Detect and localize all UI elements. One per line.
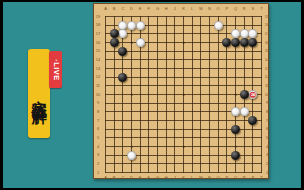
coord-number-right: 15 bbox=[265, 49, 269, 53]
coord-number-left: 3 bbox=[97, 153, 99, 157]
coord-number-right: 1 bbox=[266, 171, 268, 175]
coord-letter-bottom: P bbox=[225, 176, 228, 180]
coord-number-right: 6 bbox=[266, 127, 268, 131]
coord-letter-bottom: E bbox=[139, 176, 142, 180]
grid-line-vertical bbox=[218, 16, 219, 173]
grid-line-vertical bbox=[261, 16, 262, 173]
stone-white-R10[interactable]: 24 bbox=[248, 90, 257, 99]
last-move-badge: 24 bbox=[250, 91, 257, 98]
coord-letter-top: B bbox=[113, 7, 116, 11]
coord-number-left: 10 bbox=[96, 93, 100, 97]
coord-number-left: 13 bbox=[96, 67, 100, 71]
coord-number-left: 9 bbox=[97, 101, 99, 105]
coord-letter-top: A bbox=[104, 7, 107, 11]
coord-number-left: 4 bbox=[97, 145, 99, 149]
coord-letter-bottom: B bbox=[113, 176, 116, 180]
coord-number-left: 11 bbox=[96, 84, 100, 88]
coord-letter-top: S bbox=[251, 7, 254, 11]
coord-letter-top: C bbox=[121, 7, 124, 11]
teal-background: 实战讲解 ·LIVE AABBCCDDEEFFGGHHJJKKLLMMNNOOP… bbox=[3, 2, 301, 188]
coord-number-left: 12 bbox=[96, 75, 100, 79]
coord-letter-top: F bbox=[148, 7, 150, 11]
coord-letter-bottom: O bbox=[217, 176, 220, 180]
grid-line-horizontal bbox=[105, 103, 262, 104]
stone-white-D18[interactable] bbox=[127, 21, 136, 30]
stone-black-Q16[interactable] bbox=[240, 38, 249, 47]
stone-white-C18[interactable] bbox=[118, 21, 127, 30]
video-frame: 实战讲解 ·LIVE AABBCCDDEEFFGGHHJJKKLLMMNNOOP… bbox=[0, 0, 304, 190]
star-point bbox=[130, 41, 133, 44]
coord-number-right: 2 bbox=[266, 162, 268, 166]
stone-black-C15[interactable] bbox=[118, 47, 127, 56]
grid-line-horizontal bbox=[105, 163, 262, 164]
stone-black-P3[interactable] bbox=[231, 151, 240, 160]
coord-letter-bottom: T bbox=[260, 176, 262, 180]
coord-letter-top: L bbox=[191, 7, 193, 11]
coord-number-left: 15 bbox=[96, 49, 100, 53]
star-point bbox=[130, 93, 133, 96]
coord-letter-bottom: D bbox=[130, 176, 133, 180]
coord-letter-bottom: F bbox=[148, 176, 150, 180]
coord-letter-bottom: Q bbox=[234, 176, 237, 180]
coord-letter-top: T bbox=[260, 7, 262, 11]
coord-number-left: 17 bbox=[96, 32, 100, 36]
stone-white-C17[interactable] bbox=[118, 29, 127, 38]
coord-letter-top: Q bbox=[234, 7, 237, 11]
lecture-banner-text: 实战讲解 bbox=[28, 88, 50, 100]
star-point bbox=[234, 93, 237, 96]
star-point bbox=[182, 145, 185, 148]
coord-number-right: 4 bbox=[266, 145, 268, 149]
stone-white-P8[interactable] bbox=[231, 107, 240, 116]
coord-letter-bottom: S bbox=[251, 176, 254, 180]
coord-number-right: 16 bbox=[265, 41, 269, 45]
coord-letter-top: R bbox=[243, 7, 246, 11]
coord-letter-bottom: N bbox=[208, 176, 211, 180]
coord-letter-top: K bbox=[182, 7, 185, 11]
coord-number-left: 16 bbox=[96, 41, 100, 45]
live-badge-label: ·LIVE bbox=[51, 59, 60, 81]
grid-line-horizontal bbox=[105, 120, 262, 121]
star-point bbox=[182, 41, 185, 44]
stone-white-E18[interactable] bbox=[136, 21, 145, 30]
stone-black-Q10[interactable] bbox=[240, 90, 249, 99]
stone-white-R17[interactable] bbox=[248, 29, 257, 38]
last-move-number: 24 bbox=[251, 93, 255, 97]
star-point bbox=[234, 145, 237, 148]
coord-letter-bottom: M bbox=[199, 176, 202, 180]
coord-letter-bottom: L bbox=[191, 176, 193, 180]
star-point bbox=[130, 145, 133, 148]
stone-black-B17[interactable] bbox=[110, 29, 119, 38]
coord-number-right: 5 bbox=[266, 136, 268, 140]
coord-number-left: 18 bbox=[96, 23, 100, 27]
stone-black-B16[interactable] bbox=[110, 38, 119, 47]
coord-letter-bottom: A bbox=[104, 176, 107, 180]
stone-white-P17[interactable] bbox=[231, 29, 240, 38]
stone-black-R16[interactable] bbox=[248, 38, 257, 47]
coord-letter-top: M bbox=[199, 7, 202, 11]
coord-number-left: 7 bbox=[97, 119, 99, 123]
stone-white-N18[interactable] bbox=[214, 21, 223, 30]
coord-number-right: 8 bbox=[266, 110, 268, 114]
coord-number-right: 9 bbox=[266, 101, 268, 105]
grid-line-horizontal bbox=[105, 137, 262, 138]
coord-letter-top: H bbox=[165, 7, 168, 11]
coord-letter-bottom: H bbox=[165, 176, 168, 180]
coord-number-right: 3 bbox=[266, 153, 268, 157]
coord-number-right: 18 bbox=[265, 23, 269, 27]
coord-letter-bottom: R bbox=[243, 176, 246, 180]
coord-letter-top: E bbox=[139, 7, 142, 11]
stone-white-D3[interactable] bbox=[127, 151, 136, 160]
lecture-banner: 实战讲解 bbox=[28, 49, 50, 138]
coord-number-left: 5 bbox=[97, 136, 99, 140]
coord-letter-top: N bbox=[208, 7, 211, 11]
stone-white-E16[interactable] bbox=[136, 38, 145, 47]
stone-black-O16[interactable] bbox=[222, 38, 231, 47]
stone-white-Q8[interactable] bbox=[240, 107, 249, 116]
coord-number-left: 2 bbox=[97, 162, 99, 166]
coord-letter-top: J bbox=[174, 7, 176, 11]
coord-number-right: 14 bbox=[265, 58, 269, 62]
coord-number-left: 1 bbox=[97, 171, 99, 175]
coord-letter-top: G bbox=[156, 7, 159, 11]
stone-white-Q17[interactable] bbox=[240, 29, 249, 38]
coord-number-right: 12 bbox=[265, 75, 269, 79]
go-board[interactable]: AABBCCDDEEFFGGHHJJKKLLMMNNOOPPQQRRSSTT19… bbox=[93, 3, 269, 179]
coord-letter-top: O bbox=[217, 7, 220, 11]
star-point bbox=[182, 93, 185, 96]
grid-line-vertical bbox=[192, 16, 193, 173]
stone-black-C12[interactable] bbox=[118, 73, 127, 82]
coord-letter-bottom: J bbox=[174, 176, 176, 180]
stone-black-P16[interactable] bbox=[231, 38, 240, 47]
coord-letter-bottom: K bbox=[182, 176, 185, 180]
coord-number-right: 11 bbox=[265, 84, 269, 88]
grid-line-horizontal bbox=[105, 172, 262, 173]
coord-number-left: 8 bbox=[97, 110, 99, 114]
stone-black-R7[interactable] bbox=[248, 116, 257, 125]
coord-number-right: 7 bbox=[266, 119, 268, 123]
coord-number-left: 6 bbox=[97, 127, 99, 131]
live-badge: ·LIVE bbox=[49, 51, 62, 88]
coord-letter-bottom: G bbox=[156, 176, 159, 180]
coord-letter-top: D bbox=[130, 7, 133, 11]
go-board-grid[interactable]: AABBCCDDEEFFGGHHJJKKLLMMNNOOPPQQRRSSTT19… bbox=[105, 16, 262, 173]
grid-line-vertical bbox=[209, 16, 210, 173]
coord-number-right: 10 bbox=[265, 93, 269, 97]
coord-letter-bottom: C bbox=[121, 176, 124, 180]
coord-number-left: 14 bbox=[96, 58, 100, 62]
grid-line-vertical bbox=[200, 16, 201, 173]
coord-number-right: 19 bbox=[265, 15, 269, 19]
coord-number-right: 13 bbox=[265, 67, 269, 71]
stone-black-P6[interactable] bbox=[231, 125, 240, 134]
coord-letter-top: P bbox=[225, 7, 228, 11]
coord-number-left: 19 bbox=[96, 15, 100, 19]
coord-number-right: 17 bbox=[265, 32, 269, 36]
